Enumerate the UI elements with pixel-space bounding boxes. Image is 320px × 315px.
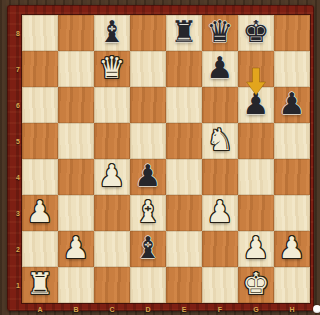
piece-black-king[interactable]: ♚ xyxy=(243,17,270,47)
square-a1[interactable]: ♜ xyxy=(22,267,58,303)
square-f1[interactable] xyxy=(202,267,238,303)
square-d1[interactable] xyxy=(130,267,166,303)
square-f2[interactable] xyxy=(202,231,238,267)
file-label-c: C xyxy=(109,306,114,313)
square-b1[interactable] xyxy=(58,267,94,303)
square-g8[interactable]: ♚ xyxy=(238,15,274,51)
square-f8[interactable]: ♛ xyxy=(202,15,238,51)
square-h5[interactable] xyxy=(274,123,310,159)
file-label-b: B xyxy=(73,306,78,313)
square-b8[interactable] xyxy=(58,15,94,51)
piece-white-bishop[interactable]: ♝ xyxy=(135,197,162,227)
piece-black-bishop[interactable]: ♝ xyxy=(135,233,162,263)
square-a3[interactable]: ♟ xyxy=(22,195,58,231)
square-a2[interactable] xyxy=(22,231,58,267)
square-g2[interactable]: ♟ xyxy=(238,231,274,267)
square-c4[interactable]: ♟ xyxy=(94,159,130,195)
square-e5[interactable] xyxy=(166,123,202,159)
square-h7[interactable] xyxy=(274,51,310,87)
square-g3[interactable] xyxy=(238,195,274,231)
square-e6[interactable] xyxy=(166,87,202,123)
square-d2[interactable]: ♝ xyxy=(130,231,166,267)
rank-label-8: 8 xyxy=(16,30,20,37)
square-g6[interactable]: ♟ xyxy=(238,87,274,123)
rank-label-2: 2 xyxy=(16,246,20,253)
piece-white-knight[interactable]: ♞ xyxy=(207,125,234,155)
square-d6[interactable] xyxy=(130,87,166,123)
piece-black-pawn[interactable]: ♟ xyxy=(135,161,162,191)
rank-label-1: 1 xyxy=(16,282,20,289)
square-f5[interactable]: ♞ xyxy=(202,123,238,159)
rank-label-4: 4 xyxy=(16,174,20,181)
square-d7[interactable] xyxy=(130,51,166,87)
piece-white-pawn[interactable]: ♟ xyxy=(99,161,126,191)
square-e2[interactable] xyxy=(166,231,202,267)
square-b4[interactable] xyxy=(58,159,94,195)
square-a6[interactable] xyxy=(22,87,58,123)
file-label-h: H xyxy=(289,306,294,313)
square-c8[interactable]: ♝ xyxy=(94,15,130,51)
square-e1[interactable] xyxy=(166,267,202,303)
chess-board: ♝♜♛♚♛♟♟♟♞♟♟♟♝♟♟♝♟♟♜♚ xyxy=(22,15,310,303)
rank-label-6: 6 xyxy=(16,102,20,109)
rank-label-7: 7 xyxy=(16,66,20,73)
rank-labels: 87654321 xyxy=(14,15,22,303)
square-b6[interactable] xyxy=(58,87,94,123)
piece-black-pawn[interactable]: ♟ xyxy=(243,89,270,119)
square-c3[interactable] xyxy=(94,195,130,231)
square-d8[interactable] xyxy=(130,15,166,51)
file-label-a: A xyxy=(37,306,42,313)
square-c1[interactable] xyxy=(94,267,130,303)
square-c7[interactable]: ♛ xyxy=(94,51,130,87)
piece-black-bishop[interactable]: ♝ xyxy=(99,17,126,47)
file-label-g: G xyxy=(253,306,258,313)
square-c6[interactable] xyxy=(94,87,130,123)
board-frame: ♝♜♛♚♛♟♟♟♞♟♟♟♝♟♟♝♟♟♜♚ 87654321 ABCDEFGH xyxy=(7,5,314,311)
square-e4[interactable] xyxy=(166,159,202,195)
side-to-move-indicator xyxy=(313,305,320,313)
square-f3[interactable]: ♟ xyxy=(202,195,238,231)
piece-black-pawn[interactable]: ♟ xyxy=(207,53,234,83)
file-label-f: F xyxy=(218,306,222,313)
square-b2[interactable]: ♟ xyxy=(58,231,94,267)
piece-black-rook[interactable]: ♜ xyxy=(171,17,198,47)
piece-white-pawn[interactable]: ♟ xyxy=(63,233,90,263)
square-d5[interactable] xyxy=(130,123,166,159)
piece-white-pawn[interactable]: ♟ xyxy=(27,197,54,227)
square-c5[interactable] xyxy=(94,123,130,159)
square-h1[interactable] xyxy=(274,267,310,303)
square-g7[interactable] xyxy=(238,51,274,87)
square-h3[interactable] xyxy=(274,195,310,231)
square-b7[interactable] xyxy=(58,51,94,87)
square-e7[interactable] xyxy=(166,51,202,87)
piece-white-pawn[interactable]: ♟ xyxy=(279,233,306,263)
square-f7[interactable]: ♟ xyxy=(202,51,238,87)
square-f4[interactable] xyxy=(202,159,238,195)
rank-label-5: 5 xyxy=(16,138,20,145)
square-a4[interactable] xyxy=(22,159,58,195)
piece-white-king[interactable]: ♚ xyxy=(243,269,270,299)
square-f6[interactable] xyxy=(202,87,238,123)
square-d4[interactable]: ♟ xyxy=(130,159,166,195)
square-h6[interactable]: ♟ xyxy=(274,87,310,123)
piece-white-pawn[interactable]: ♟ xyxy=(243,233,270,263)
piece-black-queen[interactable]: ♛ xyxy=(207,17,234,47)
square-g4[interactable] xyxy=(238,159,274,195)
file-label-d: D xyxy=(145,306,150,313)
square-c2[interactable] xyxy=(94,231,130,267)
square-b5[interactable] xyxy=(58,123,94,159)
file-label-e: E xyxy=(182,306,187,313)
chess-app: ♝♜♛♚♛♟♟♟♞♟♟♟♝♟♟♝♟♟♜♚ 87654321 ABCDEFGH xyxy=(0,0,320,315)
square-e8[interactable]: ♜ xyxy=(166,15,202,51)
square-a7[interactable] xyxy=(22,51,58,87)
square-h8[interactable] xyxy=(274,15,310,51)
piece-white-pawn[interactable]: ♟ xyxy=(207,197,234,227)
square-h2[interactable]: ♟ xyxy=(274,231,310,267)
file-labels: ABCDEFGH xyxy=(22,303,310,315)
square-e3[interactable] xyxy=(166,195,202,231)
square-a5[interactable] xyxy=(22,123,58,159)
square-a8[interactable] xyxy=(22,15,58,51)
piece-white-queen[interactable]: ♛ xyxy=(99,53,126,83)
piece-white-rook[interactable]: ♜ xyxy=(27,269,54,299)
square-d3[interactable]: ♝ xyxy=(130,195,166,231)
rank-label-3: 3 xyxy=(16,210,20,217)
square-h4[interactable] xyxy=(274,159,310,195)
square-g5[interactable] xyxy=(238,123,274,159)
piece-black-pawn[interactable]: ♟ xyxy=(279,89,306,119)
square-b3[interactable] xyxy=(58,195,94,231)
square-g1[interactable]: ♚ xyxy=(238,267,274,303)
